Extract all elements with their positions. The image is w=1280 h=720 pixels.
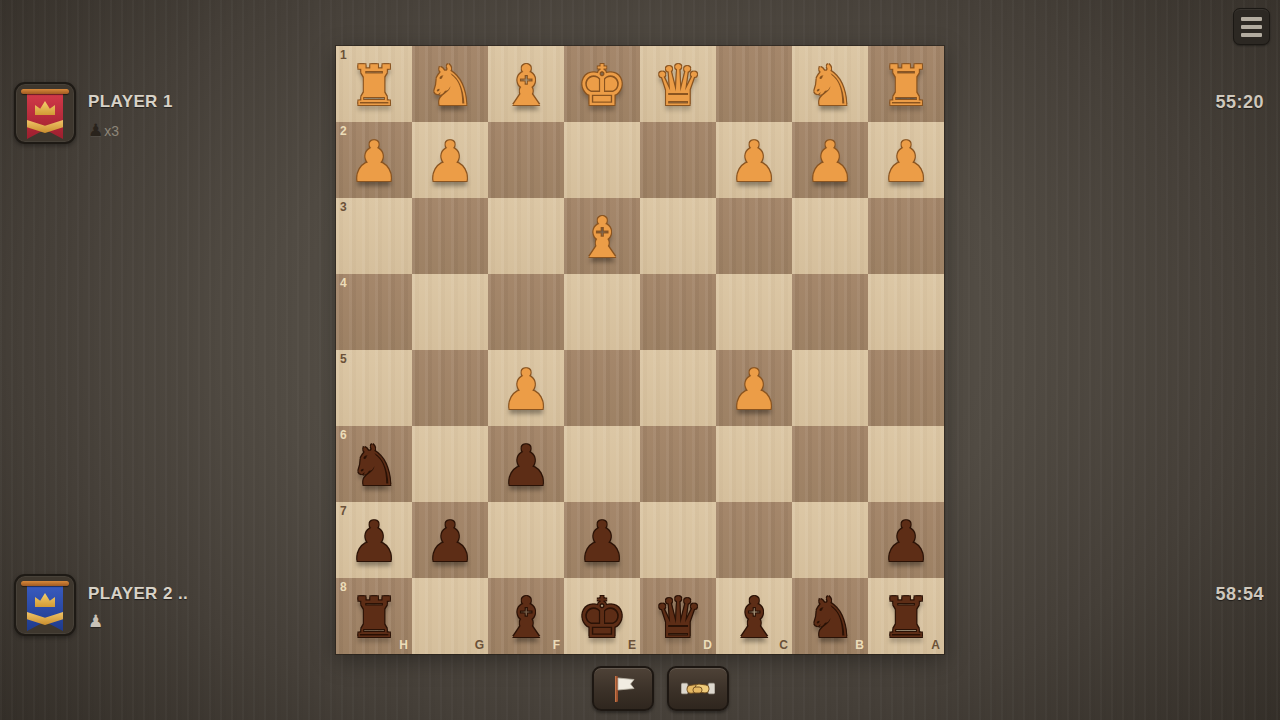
square-c2[interactable]: ♟ [716,122,792,198]
square-d4[interactable] [640,274,716,350]
square-g7[interactable]: ♟ [412,502,488,578]
square-f7[interactable] [488,502,564,578]
white-pawn[interactable]: ♟ [716,122,792,198]
square-d6[interactable] [640,426,716,502]
square-d2[interactable] [640,122,716,198]
square-h7[interactable]: 7♟ [336,502,412,578]
white-pawn[interactable]: ♟ [868,122,944,198]
square-b1[interactable]: ♞ [792,46,868,122]
square-a1[interactable]: ♜ [868,46,944,122]
black-bishop[interactable]: ♝ [716,578,792,654]
square-e1[interactable]: ♚ [564,46,640,122]
square-a6[interactable] [868,426,944,502]
square-f6[interactable]: ♟ [488,426,564,502]
black-pawn[interactable]: ♟ [336,502,412,578]
square-e4[interactable] [564,274,640,350]
action-bar [592,666,729,711]
resign-button[interactable] [592,666,654,711]
black-pawn[interactable]: ♟ [488,426,564,502]
square-d3[interactable] [640,198,716,274]
white-knight[interactable]: ♞ [792,46,868,122]
square-b4[interactable] [792,274,868,350]
black-pawn[interactable]: ♟ [868,502,944,578]
black-queen[interactable]: ♛ [640,578,716,654]
white-pawn[interactable]: ♟ [336,122,412,198]
square-b8[interactable]: B♞ [792,578,868,654]
white-rook[interactable]: ♜ [868,46,944,122]
player1-avatar[interactable] [14,82,76,144]
square-d1[interactable]: ♛ [640,46,716,122]
player2-clock: 58:54 [1215,584,1264,605]
square-f2[interactable] [488,122,564,198]
white-pawn[interactable]: ♟ [792,122,868,198]
square-b2[interactable]: ♟ [792,122,868,198]
square-f3[interactable] [488,198,564,274]
square-h4[interactable]: 4 [336,274,412,350]
square-d5[interactable] [640,350,716,426]
square-f4[interactable] [488,274,564,350]
square-c7[interactable] [716,502,792,578]
square-a5[interactable] [868,350,944,426]
square-f1[interactable]: ♝ [488,46,564,122]
square-h8[interactable]: 8H♜ [336,578,412,654]
player1-captured: ♟ x3 [88,122,119,139]
square-b5[interactable] [792,350,868,426]
square-a7[interactable]: ♟ [868,502,944,578]
white-queen[interactable]: ♛ [640,46,716,122]
square-e3[interactable]: ♝ [564,198,640,274]
chess-app: PLAYER 1 ♟ x3 55:20 PLAYER 2 .. ♟ 58:54 … [0,0,1280,720]
black-pawn[interactable]: ♟ [564,502,640,578]
draw-offer-button[interactable] [667,666,729,711]
square-g4[interactable] [412,274,488,350]
square-e7[interactable]: ♟ [564,502,640,578]
square-h5[interactable]: 5 [336,350,412,426]
rank-label: 5 [340,353,347,365]
square-c1[interactable] [716,46,792,122]
black-knight[interactable]: ♞ [792,578,868,654]
menu-button[interactable] [1233,8,1270,45]
square-e6[interactable] [564,426,640,502]
square-a4[interactable] [868,274,944,350]
black-pawn[interactable]: ♟ [412,502,488,578]
red-banner-icon [27,89,63,139]
black-rook[interactable]: ♜ [868,578,944,654]
player1-name: PLAYER 1 [88,92,173,112]
square-h1[interactable]: 1♜ [336,46,412,122]
square-c5[interactable]: ♟ [716,350,792,426]
square-c6[interactable] [716,426,792,502]
square-h6[interactable]: 6♞ [336,426,412,502]
captured-black-pawn-icon: ♟ [88,122,103,139]
square-a2[interactable]: ♟ [868,122,944,198]
file-label: G [475,639,484,651]
black-knight[interactable]: ♞ [336,426,412,502]
player2-name: PLAYER 2 .. [88,584,188,604]
square-b7[interactable] [792,502,868,578]
player2-captured: ♟ [88,613,104,630]
square-d8[interactable]: D♛ [640,578,716,654]
square-d7[interactable] [640,502,716,578]
square-c3[interactable] [716,198,792,274]
square-g2[interactable]: ♟ [412,122,488,198]
square-h3[interactable]: 3 [336,198,412,274]
white-rook[interactable]: ♜ [336,46,412,122]
white-pawn[interactable]: ♟ [488,350,564,426]
chess-board[interactable]: 1♜♞♝♚♛♞♜2♟♟♟♟♟3♝45♟♟6♞♟7♟♟♟♟8H♜GF♝E♚D♛C♝… [336,46,944,654]
black-rook[interactable]: ♜ [336,578,412,654]
black-king[interactable]: ♚ [564,578,640,654]
player1-clock: 55:20 [1215,92,1264,113]
square-g1[interactable]: ♞ [412,46,488,122]
white-pawn[interactable]: ♟ [716,350,792,426]
player2-avatar[interactable] [14,574,76,636]
square-c4[interactable] [716,274,792,350]
square-b6[interactable] [792,426,868,502]
white-king[interactable]: ♚ [564,46,640,122]
white-bishop[interactable]: ♝ [564,198,640,274]
white-pawn[interactable]: ♟ [412,122,488,198]
square-g8[interactable]: G [412,578,488,654]
rank-label: 3 [340,201,347,213]
square-e2[interactable] [564,122,640,198]
captured-white-pawn-icon: ♟ [88,613,103,630]
square-f5[interactable]: ♟ [488,350,564,426]
black-bishop[interactable]: ♝ [488,578,564,654]
white-bishop[interactable]: ♝ [488,46,564,122]
rank-label: 4 [340,277,347,289]
square-e8[interactable]: E♚ [564,578,640,654]
flag-icon [610,674,636,704]
square-h2[interactable]: 2♟ [336,122,412,198]
square-e5[interactable] [564,350,640,426]
square-f8[interactable]: F♝ [488,578,564,654]
square-c8[interactable]: C♝ [716,578,792,654]
player1-captured-count: x3 [104,123,119,139]
square-g5[interactable] [412,350,488,426]
square-a3[interactable] [868,198,944,274]
blue-banner-icon [27,581,63,631]
square-b3[interactable] [792,198,868,274]
square-g3[interactable] [412,198,488,274]
white-knight[interactable]: ♞ [412,46,488,122]
handshake-icon [681,678,715,700]
square-g6[interactable] [412,426,488,502]
square-a8[interactable]: A♜ [868,578,944,654]
